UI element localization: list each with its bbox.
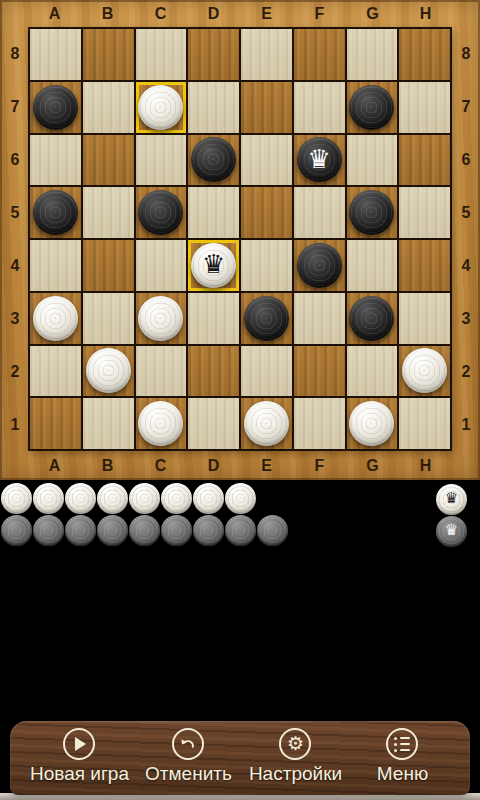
square-b5[interactable] — [83, 187, 134, 238]
square-a5[interactable] — [30, 187, 81, 238]
file-label-c-bottom: C — [134, 455, 187, 477]
rank-label-7-right: 7 — [455, 80, 477, 133]
file-label-e-top: E — [240, 3, 293, 25]
black-man-g3[interactable] — [349, 296, 394, 341]
square-d1[interactable] — [188, 398, 239, 449]
rank-label-2-left: 2 — [4, 345, 26, 398]
toolbar: Новая игра Отменить ⚙ Настройки — [10, 721, 470, 795]
checkers-board: ABCDEFGH ABCDEFGH 87654321 87654321 ♛♛ — [0, 0, 480, 480]
square-c8[interactable] — [136, 29, 187, 80]
square-h5[interactable] — [399, 187, 450, 238]
square-b2[interactable] — [83, 346, 134, 397]
square-a7[interactable] — [30, 82, 81, 133]
square-a6[interactable] — [30, 135, 81, 186]
file-label-f-bottom: F — [293, 455, 346, 477]
black-man-e3[interactable] — [244, 296, 289, 341]
square-g3[interactable] — [347, 293, 398, 344]
square-c6[interactable] — [136, 135, 187, 186]
black-man-a7[interactable] — [33, 85, 78, 130]
square-f8[interactable] — [294, 29, 345, 80]
square-c5[interactable] — [136, 187, 187, 238]
square-e7[interactable] — [241, 82, 292, 133]
tray-black-man — [193, 515, 224, 546]
square-e3[interactable] — [241, 293, 292, 344]
tray-row-white — [1, 483, 257, 514]
tray-black-man — [257, 515, 288, 546]
menu-label: Меню — [377, 763, 428, 785]
settings-button[interactable]: ⚙ Настройки — [242, 721, 349, 795]
square-g5[interactable] — [347, 187, 398, 238]
square-c2[interactable] — [136, 346, 187, 397]
tray-black-man — [97, 515, 128, 546]
square-c3[interactable] — [136, 293, 187, 344]
tray-white-man — [225, 483, 256, 514]
rank-label-7-left: 7 — [4, 80, 26, 133]
square-b8[interactable] — [83, 29, 134, 80]
rank-label-1-right: 1 — [455, 398, 477, 451]
white-man-g1[interactable] — [349, 401, 394, 446]
rank-label-5-left: 5 — [4, 186, 26, 239]
square-g1[interactable] — [347, 398, 398, 449]
play-icon — [63, 728, 95, 760]
square-f5[interactable] — [294, 187, 345, 238]
square-a1[interactable] — [30, 398, 81, 449]
file-label-c-top: C — [134, 3, 187, 25]
file-label-b-top: B — [81, 3, 134, 25]
rank-label-3-right: 3 — [455, 292, 477, 345]
file-label-f-top: F — [293, 3, 346, 25]
tray-black-man — [225, 515, 256, 546]
tray-black-man — [65, 515, 96, 546]
file-label-e-bottom: E — [240, 455, 293, 477]
tray-white-king-crown-icon: ♛ — [445, 491, 458, 506]
file-label-b-bottom: B — [81, 455, 134, 477]
settings-label: Настройки — [249, 763, 342, 785]
tray-white-man — [161, 483, 192, 514]
checkers-app-screen: ABCDEFGH ABCDEFGH 87654321 87654321 ♛♛ ♛… — [0, 0, 480, 800]
rank-label-6-left: 6 — [4, 133, 26, 186]
square-e2[interactable] — [241, 346, 292, 397]
square-c1[interactable] — [136, 398, 187, 449]
tray-black-man — [129, 515, 160, 546]
square-f6[interactable]: ♛ — [294, 135, 345, 186]
file-label-h-bottom: H — [399, 455, 452, 477]
square-h2[interactable] — [399, 346, 450, 397]
gear-icon: ⚙ — [279, 728, 311, 760]
rank-labels-left: 87654321 — [4, 27, 26, 451]
square-b3[interactable] — [83, 293, 134, 344]
tray-black-king-crown-icon: ♛ — [445, 523, 458, 538]
tray-black-man — [33, 515, 64, 546]
square-f4[interactable] — [294, 240, 345, 291]
white-man-c1[interactable] — [138, 401, 183, 446]
tray-white-man — [193, 483, 224, 514]
undo-icon — [172, 728, 204, 760]
file-label-g-bottom: G — [346, 455, 399, 477]
black-man-g7[interactable] — [349, 85, 394, 130]
square-e8[interactable] — [241, 29, 292, 80]
square-c7[interactable] — [136, 82, 187, 133]
square-g4[interactable] — [347, 240, 398, 291]
rank-label-5-right: 5 — [455, 186, 477, 239]
square-h1[interactable] — [399, 398, 450, 449]
rank-label-1-left: 1 — [4, 398, 26, 451]
white-man-a3[interactable] — [33, 296, 78, 341]
file-label-a-top: A — [28, 3, 81, 25]
square-g8[interactable] — [347, 29, 398, 80]
rank-label-8-right: 8 — [455, 27, 477, 80]
rank-label-6-right: 6 — [455, 133, 477, 186]
square-d6[interactable] — [188, 135, 239, 186]
white-man-e1[interactable] — [244, 401, 289, 446]
black-king-f6[interactable]: ♛ — [297, 137, 342, 182]
black-man-c5[interactable] — [138, 190, 183, 235]
rank-label-8-left: 8 — [4, 27, 26, 80]
rank-label-4-right: 4 — [455, 239, 477, 292]
square-d3[interactable] — [188, 293, 239, 344]
file-label-g-top: G — [346, 3, 399, 25]
square-f7[interactable] — [294, 82, 345, 133]
tray-black-king: ♛ — [436, 516, 467, 547]
square-d7[interactable] — [188, 82, 239, 133]
tray-white-man — [97, 483, 128, 514]
black-man-f4[interactable] — [297, 243, 342, 288]
tray-white-man — [33, 483, 64, 514]
black-king-crown-icon: ♛ — [307, 146, 330, 172]
square-f2[interactable] — [294, 346, 345, 397]
material-tray: ♛♛ — [0, 480, 480, 550]
square-a4[interactable] — [30, 240, 81, 291]
white-man-c7[interactable] — [138, 85, 183, 130]
square-a2[interactable] — [30, 346, 81, 397]
square-h4[interactable] — [399, 240, 450, 291]
square-a8[interactable] — [30, 29, 81, 80]
square-g2[interactable] — [347, 346, 398, 397]
menu-button[interactable]: Меню — [349, 721, 456, 795]
white-king-d4[interactable]: ♛ — [191, 243, 236, 288]
rank-label-2-right: 2 — [455, 345, 477, 398]
white-king-crown-icon: ♛ — [202, 251, 225, 277]
square-e4[interactable] — [241, 240, 292, 291]
undo-label: Отменить — [145, 763, 232, 785]
square-h7[interactable] — [399, 82, 450, 133]
square-b1[interactable] — [83, 398, 134, 449]
white-man-c3[interactable] — [138, 296, 183, 341]
file-labels-bottom: ABCDEFGH — [28, 455, 452, 477]
file-label-d-top: D — [187, 3, 240, 25]
square-f3[interactable] — [294, 293, 345, 344]
black-man-d6[interactable] — [191, 137, 236, 182]
tray-black-man — [161, 515, 192, 546]
rank-label-4-left: 4 — [4, 239, 26, 292]
file-label-d-bottom: D — [187, 455, 240, 477]
square-c4[interactable] — [136, 240, 187, 291]
square-d2[interactable] — [188, 346, 239, 397]
tray-white-king: ♛ — [436, 484, 467, 515]
black-man-g5[interactable] — [349, 190, 394, 235]
square-b6[interactable] — [83, 135, 134, 186]
new-game-label: Новая игра — [30, 763, 129, 785]
square-a3[interactable] — [30, 293, 81, 344]
square-b7[interactable] — [83, 82, 134, 133]
rank-label-3-left: 3 — [4, 292, 26, 345]
square-g7[interactable] — [347, 82, 398, 133]
square-d8[interactable] — [188, 29, 239, 80]
square-h6[interactable] — [399, 135, 450, 186]
square-h8[interactable] — [399, 29, 450, 80]
rank-labels-right: 87654321 — [455, 27, 477, 451]
tray-white-man — [65, 483, 96, 514]
square-h3[interactable] — [399, 293, 450, 344]
square-g6[interactable] — [347, 135, 398, 186]
new-game-button[interactable]: Новая игра — [24, 721, 135, 795]
square-e1[interactable] — [241, 398, 292, 449]
board-grid: ♛♛ — [28, 27, 452, 451]
square-b4[interactable] — [83, 240, 134, 291]
white-man-h2[interactable] — [402, 348, 447, 393]
tray-white-man — [129, 483, 160, 514]
file-labels-top: ABCDEFGH — [28, 3, 452, 25]
file-label-a-bottom: A — [28, 455, 81, 477]
tray-black-man — [1, 515, 32, 546]
white-man-b2[interactable] — [86, 348, 131, 393]
menu-icon — [386, 728, 418, 760]
black-man-a5[interactable] — [33, 190, 78, 235]
square-d4[interactable]: ♛ — [188, 240, 239, 291]
tray-row-black — [1, 515, 289, 546]
tray-white-man — [1, 483, 32, 514]
undo-button[interactable]: Отменить — [135, 721, 242, 795]
square-e5[interactable] — [241, 187, 292, 238]
file-label-h-top: H — [399, 3, 452, 25]
square-e6[interactable] — [241, 135, 292, 186]
square-d5[interactable] — [188, 187, 239, 238]
square-f1[interactable] — [294, 398, 345, 449]
